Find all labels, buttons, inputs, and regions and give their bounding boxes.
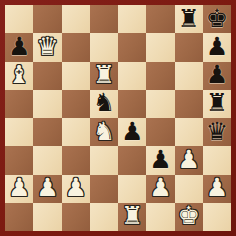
square-f5[interactable] [146, 90, 174, 118]
square-e8[interactable] [118, 5, 146, 33]
square-d1[interactable] [90, 203, 118, 231]
piece-white-bishop[interactable]: ♝ [8, 62, 30, 87]
square-d5[interactable]: ♞ [90, 90, 118, 118]
square-h2[interactable]: ♟ [203, 175, 231, 203]
square-d7[interactable] [90, 33, 118, 61]
square-a4[interactable] [5, 118, 33, 146]
square-g5[interactable] [175, 90, 203, 118]
square-c1[interactable] [62, 203, 90, 231]
piece-white-pawn[interactable]: ♟ [64, 175, 86, 200]
square-b1[interactable] [33, 203, 61, 231]
square-d4[interactable]: ♞ [90, 118, 118, 146]
square-e3[interactable] [118, 146, 146, 174]
square-f4[interactable] [146, 118, 174, 146]
square-e7[interactable] [118, 33, 146, 61]
square-c3[interactable] [62, 146, 90, 174]
square-a3[interactable] [5, 146, 33, 174]
square-h8[interactable]: ♚ [203, 5, 231, 33]
square-h3[interactable] [203, 146, 231, 174]
piece-black-pawn[interactable]: ♟ [8, 34, 30, 59]
square-b5[interactable] [33, 90, 61, 118]
square-d3[interactable] [90, 146, 118, 174]
piece-black-queen[interactable]: ♛ [206, 119, 228, 144]
square-g8[interactable]: ♜ [175, 5, 203, 33]
square-b2[interactable]: ♟ [33, 175, 61, 203]
square-c5[interactable] [62, 90, 90, 118]
square-b7[interactable]: ♛ [33, 33, 61, 61]
piece-black-rook[interactable]: ♜ [206, 90, 228, 115]
square-h4[interactable]: ♛ [203, 118, 231, 146]
square-f3[interactable]: ♟ [146, 146, 174, 174]
piece-black-pawn[interactable]: ♟ [121, 119, 143, 144]
square-g3[interactable]: ♟ [175, 146, 203, 174]
square-f7[interactable] [146, 33, 174, 61]
square-f2[interactable]: ♟ [146, 175, 174, 203]
square-e2[interactable] [118, 175, 146, 203]
piece-white-knight[interactable]: ♞ [93, 119, 115, 144]
piece-white-pawn[interactable]: ♟ [177, 147, 199, 172]
piece-black-rook[interactable]: ♜ [177, 6, 199, 31]
square-c6[interactable] [62, 62, 90, 90]
piece-white-rook[interactable]: ♜ [93, 62, 115, 87]
square-b4[interactable] [33, 118, 61, 146]
piece-black-pawn[interactable]: ♟ [206, 62, 228, 87]
square-f8[interactable] [146, 5, 174, 33]
square-a1[interactable] [5, 203, 33, 231]
square-b6[interactable] [33, 62, 61, 90]
piece-black-king[interactable]: ♚ [206, 6, 228, 31]
piece-black-pawn[interactable]: ♟ [206, 34, 228, 59]
chess-board: ♜♚♟♛♟♝♜♟♞♜♞♟♛♟♟♟♟♟♟♟♜♚ [0, 0, 236, 236]
board-grid: ♜♚♟♛♟♝♜♟♞♜♞♟♛♟♟♟♟♟♟♟♜♚ [5, 5, 231, 231]
square-g6[interactable] [175, 62, 203, 90]
square-d2[interactable] [90, 175, 118, 203]
square-a2[interactable]: ♟ [5, 175, 33, 203]
piece-black-pawn[interactable]: ♟ [149, 147, 171, 172]
square-a7[interactable]: ♟ [5, 33, 33, 61]
square-a8[interactable] [5, 5, 33, 33]
square-c7[interactable] [62, 33, 90, 61]
square-f1[interactable] [146, 203, 174, 231]
square-g2[interactable] [175, 175, 203, 203]
square-h1[interactable] [203, 203, 231, 231]
square-h7[interactable]: ♟ [203, 33, 231, 61]
square-d8[interactable] [90, 5, 118, 33]
square-e6[interactable] [118, 62, 146, 90]
square-b8[interactable] [33, 5, 61, 33]
square-e1[interactable]: ♜ [118, 203, 146, 231]
square-g7[interactable] [175, 33, 203, 61]
square-h6[interactable]: ♟ [203, 62, 231, 90]
square-g4[interactable] [175, 118, 203, 146]
square-h5[interactable]: ♜ [203, 90, 231, 118]
piece-white-pawn[interactable]: ♟ [8, 175, 30, 200]
square-g1[interactable]: ♚ [175, 203, 203, 231]
piece-black-knight[interactable]: ♞ [93, 90, 115, 115]
piece-white-rook[interactable]: ♜ [121, 203, 143, 228]
square-f6[interactable] [146, 62, 174, 90]
square-c8[interactable] [62, 5, 90, 33]
piece-white-pawn[interactable]: ♟ [36, 175, 58, 200]
square-c2[interactable]: ♟ [62, 175, 90, 203]
square-b3[interactable] [33, 146, 61, 174]
square-e4[interactable]: ♟ [118, 118, 146, 146]
piece-white-king[interactable]: ♚ [177, 203, 199, 228]
piece-white-pawn[interactable]: ♟ [149, 175, 171, 200]
square-c4[interactable] [62, 118, 90, 146]
square-d6[interactable]: ♜ [90, 62, 118, 90]
square-a6[interactable]: ♝ [5, 62, 33, 90]
square-a5[interactable] [5, 90, 33, 118]
piece-white-queen[interactable]: ♛ [36, 34, 58, 59]
square-e5[interactable] [118, 90, 146, 118]
piece-white-pawn[interactable]: ♟ [206, 175, 228, 200]
